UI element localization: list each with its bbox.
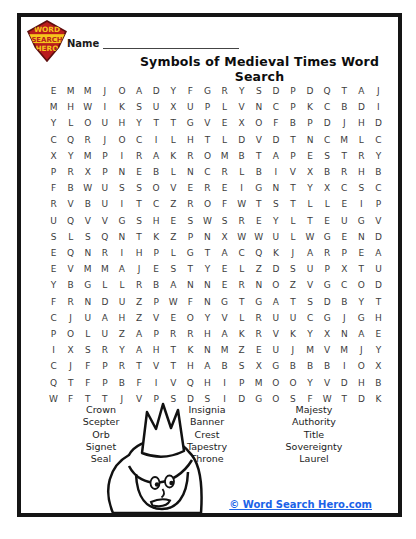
grid-cell: S <box>353 180 370 196</box>
grid-cell: T <box>250 148 267 164</box>
grid-cell: W <box>302 229 319 245</box>
grid-cell: R <box>353 148 370 164</box>
grid-cell: O <box>113 83 130 99</box>
grid-cell: L <box>165 164 182 180</box>
grid-cell: V <box>319 342 336 358</box>
grid-cell: C <box>267 99 284 115</box>
grid-cell: O <box>182 310 199 326</box>
grid-cell: O <box>250 115 267 131</box>
grid-cell: Y <box>62 148 79 164</box>
grid-cell: F <box>182 83 199 99</box>
grid-cell: P <box>182 229 199 245</box>
grid-cell: T <box>284 294 301 310</box>
grid-cell: V <box>250 132 267 148</box>
grid-cell: R <box>336 164 353 180</box>
grid-cell: A <box>370 245 387 261</box>
grid-cell: X <box>79 164 96 180</box>
grid-cell: B <box>216 358 233 374</box>
grid-cell: I <box>353 196 370 212</box>
grid-cell: N <box>267 180 284 196</box>
grid-cell: V <box>148 358 165 374</box>
grid-cell: L <box>233 164 250 180</box>
grid-cell: V <box>79 213 96 229</box>
grid-cell: V <box>62 261 79 277</box>
grid-cell: Q <box>62 132 79 148</box>
grid-cell: Y <box>199 261 216 277</box>
grid-cell: F <box>267 115 284 131</box>
grid-cell: X <box>336 261 353 277</box>
grid-cell: V <box>62 196 79 212</box>
grid-cell: M <box>336 342 353 358</box>
grid-cell: B <box>336 294 353 310</box>
grid-cell: D <box>302 83 319 99</box>
grid-cell: L <box>284 213 301 229</box>
grid-cell: S <box>250 83 267 99</box>
grid-cell: I <box>148 375 165 391</box>
grid-cell: A <box>131 326 148 342</box>
grid-cell: A <box>267 148 284 164</box>
grid-cell: E <box>148 261 165 277</box>
grid-cell: B <box>302 358 319 374</box>
grid-cell: L <box>233 261 250 277</box>
grid-cell: G <box>250 294 267 310</box>
grid-cell: P <box>199 99 216 115</box>
grid-cell: L <box>165 245 182 261</box>
grid-cell: T <box>302 213 319 229</box>
grid-cell: R <box>96 245 113 261</box>
grid-cell: N <box>182 164 199 180</box>
grid-cell: L <box>62 115 79 131</box>
logo-line-word: WORD <box>34 25 60 34</box>
grid-cell: T <box>165 115 182 131</box>
grid-cell: K <box>113 99 130 115</box>
grid-cell: Z <box>113 326 130 342</box>
grid-cell: U <box>96 326 113 342</box>
grid-cell: O <box>199 148 216 164</box>
grid-cell: Z <box>233 342 250 358</box>
grid-cell: D <box>233 132 250 148</box>
grid-cell: P <box>336 245 353 261</box>
grid-cell: R <box>113 358 130 374</box>
grid-cell: J <box>96 132 113 148</box>
grid-cell: S <box>131 180 148 196</box>
grid-cell: P <box>148 245 165 261</box>
grid-cell: S <box>131 99 148 115</box>
grid-cell: Z <box>131 310 148 326</box>
grid-cell: R <box>216 83 233 99</box>
grid-cell: W <box>165 294 182 310</box>
grid-cell: C <box>370 180 387 196</box>
grid-cell: B <box>370 375 387 391</box>
grid-cell: M <box>250 375 267 391</box>
grid-cell: L <box>96 277 113 293</box>
grid-cell: O <box>284 375 301 391</box>
grid-cell: N <box>79 245 96 261</box>
grid-cell: U <box>96 115 113 131</box>
grid-cell: Y <box>302 180 319 196</box>
grid-cell: X <box>165 99 182 115</box>
grid-cell: S <box>319 148 336 164</box>
grid-cell: K <box>182 342 199 358</box>
grid-cell: P <box>370 196 387 212</box>
grid-cell: G <box>182 115 199 131</box>
word-list-item: Sovereignty <box>249 441 379 453</box>
grid-cell: N <box>250 277 267 293</box>
grid-cell: M <box>302 342 319 358</box>
grid-cell: F <box>79 358 96 374</box>
grid-cell: W <box>79 180 96 196</box>
grid-cell: H <box>113 115 130 131</box>
grid-cell: A <box>302 245 319 261</box>
grid-cell: G <box>113 213 130 229</box>
grid-cell: E <box>45 83 62 99</box>
grid-cell: V <box>148 310 165 326</box>
word-list-3: MajestyAuthorityTitleSovereigntyLaurel <box>249 404 379 465</box>
grid-cell: G <box>79 277 96 293</box>
grid-cell: O <box>267 375 284 391</box>
grid-cell: B <box>113 375 130 391</box>
grid-cell: P <box>284 99 301 115</box>
grid-cell: U <box>45 213 62 229</box>
grid-cell: P <box>233 375 250 391</box>
grid-cell: C <box>319 132 336 148</box>
grid-cell: Z <box>284 277 301 293</box>
grid-cell: A <box>216 326 233 342</box>
grid-cell: Y <box>370 342 387 358</box>
grid-cell: N <box>353 229 370 245</box>
grid-cell: Y <box>233 83 250 99</box>
grid-cell: X <box>45 148 62 164</box>
grid-cell: A <box>267 294 284 310</box>
grid-cell: X <box>250 358 267 374</box>
grid-cell: J <box>284 245 301 261</box>
grid-cell: K <box>233 326 250 342</box>
grid-cell: R <box>250 310 267 326</box>
grid-cell: Z <box>165 196 182 212</box>
grid-cell: V <box>267 326 284 342</box>
grid-cell: Q <box>96 229 113 245</box>
grid-cell: Y <box>267 213 284 229</box>
grid-cell: L <box>233 310 250 326</box>
queen-left-pupil <box>155 482 159 486</box>
grid-cell: E <box>319 213 336 229</box>
grid-cell: M <box>79 148 96 164</box>
grid-cell: E <box>165 213 182 229</box>
grid-cell: H <box>353 115 370 131</box>
grid-cell: X <box>233 115 250 131</box>
grid-cell: J <box>284 342 301 358</box>
grid-cell: I <box>96 99 113 115</box>
puzzle-title: Symbols of Medieval Times Word Search <box>129 54 390 84</box>
grid-cell: W <box>250 229 267 245</box>
grid-cell: L <box>165 132 182 148</box>
grid-cell: J <box>62 310 79 326</box>
grid-cell: W <box>79 99 96 115</box>
grid-cell: K <box>148 229 165 245</box>
queen-mouth <box>151 499 170 506</box>
grid-cell: Y <box>199 310 216 326</box>
grid-cell: R <box>233 213 250 229</box>
grid-cell: D <box>336 375 353 391</box>
grid-cell: G <box>216 294 233 310</box>
grid-cell: X <box>319 180 336 196</box>
grid-cell: A <box>148 148 165 164</box>
grid-cell: D <box>148 83 165 99</box>
grid-cell: U <box>284 310 301 326</box>
grid-cell: R <box>165 326 182 342</box>
grid-cell: E <box>353 245 370 261</box>
grid-cell: C <box>336 277 353 293</box>
grid-cell: V <box>199 115 216 131</box>
grid-cell: I <box>148 132 165 148</box>
grid-cell: O <box>62 326 79 342</box>
grid-cell: P <box>96 164 113 180</box>
grid-cell: T <box>165 358 182 374</box>
grid-cell: V <box>165 180 182 196</box>
grid-cell: A <box>131 83 148 99</box>
grid-cell: C <box>199 164 216 180</box>
grid-cell: M <box>336 132 353 148</box>
grid-cell: P <box>302 115 319 131</box>
grid-cell: R <box>62 294 79 310</box>
grid-cell: B <box>233 148 250 164</box>
grid-cell: U <box>113 294 130 310</box>
grid-cell: P <box>45 326 62 342</box>
grid-cell: H <box>62 99 79 115</box>
grid-cell: H <box>353 375 370 391</box>
grid-cell: B <box>79 196 96 212</box>
grid-cell: I <box>113 245 130 261</box>
grid-cell: G <box>353 310 370 326</box>
grid-cell: R <box>182 148 199 164</box>
grid-cell: E <box>370 326 387 342</box>
grid-cell: W <box>199 213 216 229</box>
grid-cell: U <box>182 99 199 115</box>
grid-cell: W <box>233 229 250 245</box>
grid-cell: U <box>336 213 353 229</box>
grid-cell: A <box>165 277 182 293</box>
grid-cell: J <box>336 310 353 326</box>
grid-cell: C <box>233 245 250 261</box>
grid-cell: H <box>182 132 199 148</box>
grid-cell: U <box>267 229 284 245</box>
grid-cell: G <box>319 310 336 326</box>
grid-cell: C <box>148 196 165 212</box>
grid-cell: J <box>336 115 353 131</box>
grid-cell: L <box>353 132 370 148</box>
grid-cell: E <box>216 115 233 131</box>
grid-cell: P <box>284 148 301 164</box>
grid-cell: N <box>302 132 319 148</box>
grid-cell: E <box>45 245 62 261</box>
grid-cell: R <box>131 277 148 293</box>
word-list-item: Title <box>249 429 379 441</box>
word-list-item: Laurel <box>249 453 379 465</box>
grid-cell: D <box>267 132 284 148</box>
grid-cell: E <box>302 148 319 164</box>
grid-cell: E <box>216 261 233 277</box>
grid-cell: D <box>267 261 284 277</box>
grid-cell: F <box>45 294 62 310</box>
grid-cell: H <box>182 358 199 374</box>
grid-cell: M <box>62 83 79 99</box>
grid-cell: J <box>62 358 79 374</box>
grid-cell: U <box>79 310 96 326</box>
grid-cell: Q <box>62 245 79 261</box>
grid-cell: T <box>336 83 353 99</box>
grid-cell: S <box>79 342 96 358</box>
grid-cell: J <box>131 261 148 277</box>
grid-cell: B <box>284 115 301 131</box>
grid-cell: L <box>302 196 319 212</box>
grid-cell: J <box>370 83 387 99</box>
grid-cell: S <box>45 229 62 245</box>
grid-cell: G <box>319 277 336 293</box>
grid-cell: N <box>199 229 216 245</box>
grid-cell: M <box>79 261 96 277</box>
grid-cell: R <box>96 342 113 358</box>
grid-cell: U <box>370 261 387 277</box>
grid-cell: Z <box>250 261 267 277</box>
grid-cell: H <box>113 310 130 326</box>
grid-cell: T <box>131 196 148 212</box>
grid-cell: J <box>353 342 370 358</box>
grid-cell: U <box>96 196 113 212</box>
grid-cell: V <box>216 310 233 326</box>
grid-cell: P <box>96 358 113 374</box>
grid-cell: V <box>233 99 250 115</box>
grid-cell: V <box>96 213 113 229</box>
grid-cell: G <box>267 358 284 374</box>
grid-cell: T <box>353 261 370 277</box>
grid-cell: I <box>336 358 353 374</box>
grid-cell: V <box>319 375 336 391</box>
grid-cell: S <box>165 261 182 277</box>
letter-grid: EMMJOADYFGRYSDPDQTAJMHWIKSUXUPLVNCPKCBDI… <box>45 83 387 407</box>
grid-cell: V <box>284 164 301 180</box>
grid-cell: S <box>113 180 130 196</box>
grid-cell: O <box>79 115 96 131</box>
grid-cell: B <box>336 99 353 115</box>
grid-cell: E <box>165 310 182 326</box>
grid-cell: Q <box>182 375 199 391</box>
grid-cell: A <box>353 83 370 99</box>
grid-cell: A <box>96 310 113 326</box>
grid-cell: A <box>113 261 130 277</box>
grid-cell: H <box>353 164 370 180</box>
grid-cell: N <box>182 277 199 293</box>
grid-cell: G <box>353 213 370 229</box>
grid-cell: I <box>216 375 233 391</box>
grid-cell: L <box>79 326 96 342</box>
grid-cell: R <box>79 132 96 148</box>
grid-cell: R <box>62 164 79 180</box>
logo-line-search: SEARCH <box>31 36 62 44</box>
grid-cell: H <box>199 326 216 342</box>
queen-crown <box>142 404 184 457</box>
grid-cell: P <box>148 326 165 342</box>
name-label: Name <box>67 38 99 49</box>
grid-cell: A <box>353 326 370 342</box>
grid-cell: X <box>319 326 336 342</box>
grid-cell: E <box>45 261 62 277</box>
grid-cell: H <box>131 245 148 261</box>
grid-cell: F <box>216 196 233 212</box>
grid-cell: C <box>336 180 353 196</box>
grid-cell: O <box>148 180 165 196</box>
grid-cell: B <box>148 277 165 293</box>
grid-cell: Y <box>302 375 319 391</box>
grid-cell: O <box>267 277 284 293</box>
name-row: Name <box>67 37 239 49</box>
grid-cell: Y <box>45 115 62 131</box>
grid-cell: I <box>370 99 387 115</box>
queen-right-pupil <box>169 481 173 485</box>
grid-cell: E <box>216 180 233 196</box>
worksheet-frame: WORD SEARCH HERO Name Symbols of Medieva… <box>17 13 402 517</box>
grid-cell: E <box>182 180 199 196</box>
grid-cell: I <box>45 342 62 358</box>
grid-cell: P <box>96 148 113 164</box>
grid-cell: T <box>199 132 216 148</box>
grid-cell: D <box>267 83 284 99</box>
grid-cell: K <box>165 148 182 164</box>
grid-cell: A <box>199 358 216 374</box>
grid-cell: Y <box>165 83 182 99</box>
grid-cell: C <box>302 310 319 326</box>
grid-cell: I <box>113 148 130 164</box>
grid-cell: T <box>131 229 148 245</box>
grid-cell: E <box>131 164 148 180</box>
grid-cell: T <box>284 196 301 212</box>
grid-cell: H <box>148 342 165 358</box>
grid-cell: E <box>336 229 353 245</box>
grid-cell: T <box>370 294 387 310</box>
grid-cell: U <box>267 310 284 326</box>
grid-cell: V <box>302 277 319 293</box>
grid-cell: R <box>131 148 148 164</box>
grid-cell: T <box>250 196 267 212</box>
grid-cell: H <box>148 213 165 229</box>
grid-cell: I <box>113 196 130 212</box>
grid-cell: Q <box>319 83 336 99</box>
grid-cell: D <box>370 277 387 293</box>
grid-cell: X <box>216 229 233 245</box>
grid-cell: P <box>148 294 165 310</box>
grid-cell: D <box>370 115 387 131</box>
grid-cell: F <box>131 375 148 391</box>
grid-cell: A <box>131 342 148 358</box>
grid-cell: O <box>353 277 370 293</box>
grid-cell: Y <box>113 342 130 358</box>
word-search-hero-link[interactable]: © Word Search Hero.com <box>229 499 372 510</box>
grid-cell: E <box>216 277 233 293</box>
grid-cell: Y <box>45 277 62 293</box>
grid-cell: B <box>250 164 267 180</box>
grid-cell: T <box>199 245 216 261</box>
grid-cell: L <box>216 99 233 115</box>
grid-cell: B <box>148 164 165 180</box>
grid-cell: K <box>267 245 284 261</box>
grid-cell: C <box>131 132 148 148</box>
grid-cell: I <box>233 180 250 196</box>
grid-cell: G <box>319 229 336 245</box>
grid-cell: V <box>165 375 182 391</box>
grid-cell: S <box>233 358 250 374</box>
grid-cell: E <box>250 342 267 358</box>
grid-cell: T <box>182 261 199 277</box>
grid-cell: B <box>319 164 336 180</box>
